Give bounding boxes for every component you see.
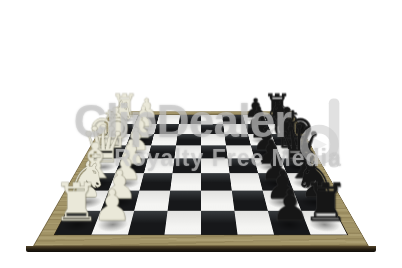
square-h6[interactable] xyxy=(222,115,245,124)
square-f2[interactable] xyxy=(126,134,154,145)
square-e2[interactable] xyxy=(121,145,151,158)
square-c2[interactable] xyxy=(109,173,144,190)
square-a4[interactable] xyxy=(164,211,201,235)
square-b3[interactable] xyxy=(134,191,170,211)
square-h8[interactable] xyxy=(264,115,290,124)
square-h2[interactable] xyxy=(135,115,159,124)
stock-photo-canvas: ♜♟♟♜♞♟♟♞♝♟♟♝♚♟♟♚♛♟♟♛♝♟♟♝♞♟♟♞♜♟♟♜ ClipDea… xyxy=(0,0,402,268)
square-d3[interactable] xyxy=(144,158,174,173)
square-h3[interactable] xyxy=(157,115,180,124)
square-f5[interactable] xyxy=(201,134,226,145)
square-c5[interactable] xyxy=(201,173,232,190)
board-front-rim xyxy=(26,246,376,252)
chess-board: ♜♟♟♜♞♟♟♞♝♟♟♝♚♟♟♚♛♟♟♛♝♟♟♝♞♟♟♞♜♟♟♜ xyxy=(33,111,369,246)
square-c4[interactable] xyxy=(170,173,201,190)
square-b2[interactable] xyxy=(101,191,140,211)
square-a5[interactable] xyxy=(201,211,238,235)
square-f4[interactable] xyxy=(176,134,201,145)
square-d4[interactable] xyxy=(172,158,201,173)
square-e6[interactable] xyxy=(226,145,254,158)
square-g6[interactable] xyxy=(223,124,248,134)
square-a3[interactable] xyxy=(128,211,168,235)
square-g4[interactable] xyxy=(178,124,201,134)
square-d5[interactable] xyxy=(201,158,230,173)
square-g8[interactable] xyxy=(267,124,294,134)
square-h4[interactable] xyxy=(179,115,201,124)
square-c6[interactable] xyxy=(230,173,263,190)
square-d6[interactable] xyxy=(228,158,258,173)
square-e5[interactable] xyxy=(201,145,228,158)
chess-scene: ♜♟♟♜♞♟♟♞♝♟♟♝♚♟♟♚♛♟♟♛♝♟♟♝♞♟♟♞♜♟♟♜ xyxy=(0,0,402,268)
square-g2[interactable] xyxy=(131,124,157,134)
square-g3[interactable] xyxy=(154,124,179,134)
square-f3[interactable] xyxy=(151,134,177,145)
square-c3[interactable] xyxy=(139,173,172,190)
square-h5[interactable] xyxy=(201,115,223,124)
square-e4[interactable] xyxy=(174,145,201,158)
square-d2[interactable] xyxy=(115,158,147,173)
square-e3[interactable] xyxy=(148,145,176,158)
square-f6[interactable] xyxy=(224,134,250,145)
square-b5[interactable] xyxy=(201,191,234,211)
square-b4[interactable] xyxy=(168,191,201,211)
square-g5[interactable] xyxy=(201,124,224,134)
